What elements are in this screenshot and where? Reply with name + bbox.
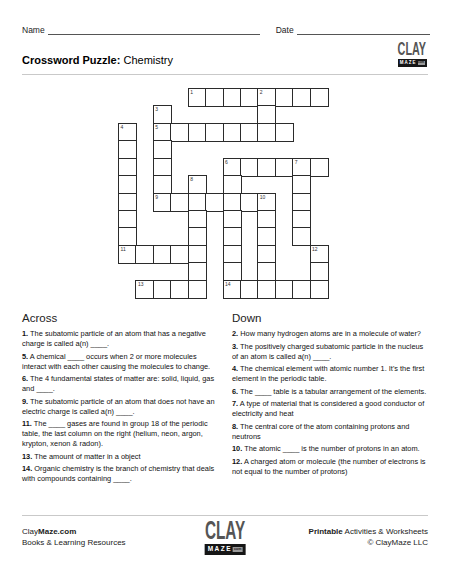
grid-cell-r11c11[interactable] bbox=[310, 280, 329, 299]
logo-clay-text-footer: CLAY bbox=[205, 518, 245, 544]
grid-cell-r4c9[interactable] bbox=[275, 158, 294, 177]
grid-cell-r11c9[interactable] bbox=[275, 280, 294, 299]
grid-cell-r6c5[interactable] bbox=[205, 193, 224, 212]
grid-cell-r4c8[interactable] bbox=[257, 158, 276, 177]
grid-cell-r2c0[interactable]: 4 bbox=[118, 123, 137, 142]
name-input-line[interactable] bbox=[48, 25, 260, 35]
grid-cell-r9c11[interactable]: 12 bbox=[310, 245, 329, 264]
grid-cell-r4c11[interactable] bbox=[310, 158, 329, 177]
claymaze-logo-footer: CLAY MAZE com bbox=[203, 526, 248, 555]
date-input-line[interactable] bbox=[297, 25, 430, 35]
footer-right: Printable Activities & Worksheets © Clay… bbox=[309, 526, 428, 548]
footer-left: ClayMaze.com Books & Learning Resources bbox=[22, 526, 126, 548]
grid-cell-r1c2[interactable]: 3 bbox=[153, 105, 172, 124]
grid-cell-r2c5[interactable] bbox=[205, 123, 224, 142]
clue-number-2: 2 bbox=[260, 89, 263, 95]
grid-cell-r5c0[interactable] bbox=[118, 175, 137, 194]
down-clues-list: 2. How many hydrogen atoms are in a mole… bbox=[232, 329, 428, 477]
clue-1: 1. The subatomic particle of an atom tha… bbox=[22, 329, 222, 349]
grid-cell-r4c2[interactable] bbox=[153, 158, 172, 177]
grid-cell-r6c3[interactable] bbox=[170, 193, 189, 212]
grid-cell-r4c0[interactable] bbox=[118, 158, 137, 177]
clue-number-5: 5 bbox=[155, 124, 158, 130]
clue-4: 4. The chemical element with atomic numb… bbox=[232, 364, 428, 384]
grid-cell-r6c4[interactable] bbox=[188, 193, 207, 212]
grid-cell-r11c10[interactable] bbox=[292, 280, 311, 299]
grid-cell-r2c8[interactable] bbox=[257, 123, 276, 142]
grid-cell-r11c3[interactable] bbox=[170, 280, 189, 299]
grid-cell-r9c2[interactable] bbox=[153, 245, 172, 264]
across-heading: Across bbox=[22, 312, 222, 324]
grid-cell-r11c7[interactable] bbox=[240, 280, 259, 299]
footer-printable-rest: Activities & Worksheets bbox=[343, 527, 428, 536]
logo-tag: com bbox=[418, 61, 425, 65]
grid-cell-r0c10[interactable] bbox=[292, 88, 311, 107]
clue-number-13: 13 bbox=[138, 281, 144, 287]
grid-cell-r0c9[interactable] bbox=[275, 88, 294, 107]
footer-site: ClayMaze.com bbox=[22, 526, 126, 537]
crossword-grid: 1234567891011121314 bbox=[118, 88, 327, 297]
clue-number-9: 9 bbox=[155, 194, 158, 200]
grid-cell-r6c6[interactable] bbox=[223, 193, 242, 212]
title-topic: Chemistry bbox=[123, 54, 173, 66]
grid-cell-r3c2[interactable] bbox=[153, 140, 172, 159]
grid-cell-r11c8[interactable] bbox=[257, 280, 276, 299]
grid-cell-r6c8[interactable]: 10 bbox=[257, 193, 276, 212]
logo-tag-footer: com bbox=[233, 547, 242, 553]
grid-cell-r8c4[interactable] bbox=[188, 227, 207, 246]
clue-number-12: 12 bbox=[312, 246, 318, 252]
grid-cell-r4c7[interactable] bbox=[240, 158, 259, 177]
grid-cell-r0c4[interactable]: 1 bbox=[188, 88, 207, 107]
grid-cell-r6c2[interactable]: 9 bbox=[153, 193, 172, 212]
clue-2: 2. How many hydrogen atoms are in a mole… bbox=[232, 329, 428, 339]
clue-7: 7. A type of material that is considered… bbox=[232, 399, 428, 419]
grid-cell-r10c4[interactable] bbox=[188, 262, 207, 281]
footer-site-prefix: Clay bbox=[22, 527, 38, 536]
grid-cell-r4c10[interactable]: 7 bbox=[292, 158, 311, 177]
grid-cell-r7c0[interactable] bbox=[118, 210, 137, 229]
across-column: Across 1. The subatomic particle of an a… bbox=[22, 312, 222, 487]
clue-number-3: 3 bbox=[155, 106, 158, 112]
clue-number-10: 10 bbox=[260, 194, 266, 200]
grid-cell-r2c2[interactable]: 5 bbox=[153, 123, 172, 142]
grid-cell-r6c10[interactable] bbox=[292, 193, 311, 212]
grid-cell-r2c6[interactable] bbox=[223, 123, 242, 142]
name-date-row: Name Date bbox=[22, 25, 428, 35]
grid-cell-r10c8[interactable] bbox=[257, 262, 276, 281]
logo-maze-bar: MAZE com bbox=[398, 59, 427, 67]
footer-copyright: © ClayMaze LLC bbox=[309, 537, 428, 548]
worksheet-page: Name Date Crossword Puzzle: Chemistry CL… bbox=[0, 0, 450, 582]
grid-cell-r2c9[interactable] bbox=[275, 123, 294, 142]
grid-cell-r0c6[interactable] bbox=[223, 88, 242, 107]
clue-3: 3. The positively charged subatomic part… bbox=[232, 342, 428, 362]
page-title: Crossword Puzzle: Chemistry bbox=[22, 54, 173, 66]
date-label: Date bbox=[276, 25, 297, 35]
grid-cell-r11c6[interactable]: 14 bbox=[223, 280, 242, 299]
grid-cell-r5c10[interactable] bbox=[292, 175, 311, 194]
grid-cell-r10c6[interactable] bbox=[223, 262, 242, 281]
grid-cell-r8c6[interactable] bbox=[223, 227, 242, 246]
clue-number-1: 1 bbox=[190, 89, 193, 95]
clue-14: 14. Organic chemistry is the branch of c… bbox=[22, 464, 222, 484]
name-label: Name bbox=[22, 25, 48, 35]
grid-cell-r11c1[interactable]: 13 bbox=[135, 280, 154, 299]
grid-cell-r6c0[interactable] bbox=[118, 193, 137, 212]
grid-cell-r9c0[interactable]: 11 bbox=[118, 245, 137, 264]
grid-cell-r8c0[interactable] bbox=[118, 227, 137, 246]
grid-cell-r0c5[interactable] bbox=[205, 88, 224, 107]
footer-tagline: Books & Learning Resources bbox=[22, 537, 126, 548]
clue-number-6: 6 bbox=[225, 159, 228, 165]
clue-number-14: 14 bbox=[225, 281, 231, 287]
clue-9: 9. The subatomic particle of an atom tha… bbox=[22, 397, 222, 417]
clue-number-7: 7 bbox=[295, 159, 298, 165]
grid-cell-r4c6[interactable]: 6 bbox=[223, 158, 242, 177]
grid-cell-r10c11[interactable] bbox=[310, 262, 329, 281]
clue-11: 11. The ____ gases are found in group 18… bbox=[22, 419, 222, 449]
grid-cell-r11c4[interactable] bbox=[188, 280, 207, 299]
down-heading: Down bbox=[232, 312, 428, 324]
grid-cell-r9c1[interactable] bbox=[135, 245, 154, 264]
grid-cell-r8c10[interactable] bbox=[292, 227, 311, 246]
header-divider bbox=[22, 74, 428, 75]
grid-cell-r9c6[interactable] bbox=[223, 245, 242, 264]
footer-printable-line: Printable Activities & Worksheets bbox=[309, 526, 428, 537]
logo-maze-text-footer: MAZE bbox=[208, 546, 232, 553]
clue-12: 12. A charged atom or molecule (the numb… bbox=[232, 457, 428, 477]
clue-13: 13. The amount of matter in a object bbox=[22, 452, 222, 462]
grid-cell-r9c4[interactable] bbox=[188, 245, 207, 264]
clue-number-8: 8 bbox=[190, 176, 193, 182]
clue-6: 6. The 4 fundamental states of matter ar… bbox=[22, 374, 222, 394]
logo-maze-bar-footer: MAZE com bbox=[205, 544, 246, 555]
title-row: Crossword Puzzle: Chemistry bbox=[22, 44, 428, 66]
clue-5: 5. A chemical ____ occurs when 2 or more… bbox=[22, 352, 222, 372]
grid-cell-r7c10[interactable] bbox=[292, 210, 311, 229]
grid-cell-r7c6[interactable] bbox=[223, 210, 242, 229]
clue-6: 6. The ____ table is a tabular arrangeme… bbox=[232, 387, 428, 397]
grid-cell-r9c3[interactable] bbox=[170, 245, 189, 264]
down-column: Down 2. How many hydrogen atoms are in a… bbox=[232, 312, 428, 487]
clue-10: 10. The atomic ____ is the number of pro… bbox=[232, 444, 428, 454]
across-clues-list: 1. The subatomic particle of an atom tha… bbox=[22, 329, 222, 484]
grid-cell-r5c4[interactable]: 8 bbox=[188, 175, 207, 194]
title-label: Crossword Puzzle: bbox=[22, 54, 120, 66]
footer-site-bold: Maze.com bbox=[38, 527, 76, 536]
grid-cell-r5c2[interactable] bbox=[153, 175, 172, 194]
clues-section: Across 1. The subatomic particle of an a… bbox=[22, 312, 428, 487]
grid-cell-r5c6[interactable] bbox=[223, 175, 242, 194]
footer-printable-bold: Printable bbox=[309, 527, 343, 536]
grid-cell-r6c7[interactable] bbox=[240, 193, 259, 212]
clue-number-4: 4 bbox=[121, 124, 124, 130]
grid-cell-r3c0[interactable] bbox=[118, 140, 137, 159]
grid-cell-r7c4[interactable] bbox=[188, 210, 207, 229]
claymaze-logo-header: CLAY MAZE com bbox=[396, 46, 428, 67]
grid-cell-r0c7[interactable] bbox=[240, 88, 259, 107]
grid-cell-r11c2[interactable] bbox=[153, 280, 172, 299]
logo-clay-text: CLAY bbox=[398, 40, 426, 58]
grid-cell-r0c11[interactable] bbox=[310, 88, 329, 107]
grid-cell-r9c8[interactable] bbox=[257, 245, 276, 264]
grid-cell-r2c7[interactable] bbox=[240, 123, 259, 142]
grid-cell-r2c3[interactable] bbox=[170, 123, 189, 142]
grid-cell-r7c8[interactable] bbox=[257, 210, 276, 229]
logo-maze-text: MAZE bbox=[400, 61, 417, 66]
clue-number-11: 11 bbox=[121, 246, 126, 252]
grid-cell-r1c8[interactable] bbox=[257, 105, 276, 124]
grid-cell-r8c8[interactable] bbox=[257, 227, 276, 246]
grid-cell-r0c8[interactable]: 2 bbox=[257, 88, 276, 107]
clue-8: 8. The central core of the atom containi… bbox=[232, 422, 428, 442]
grid-cell-r2c4[interactable] bbox=[188, 123, 207, 142]
